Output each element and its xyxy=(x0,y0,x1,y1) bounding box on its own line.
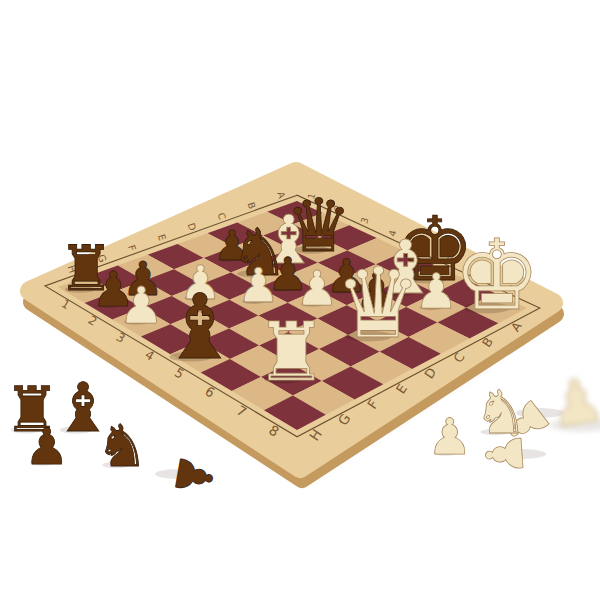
product-photo-canvas: 1122334455667788AABBCCDDEEFFGGHH♛♟♝♞♚♟♜♟… xyxy=(0,0,600,600)
offboard-dark-knight-4: ♞ xyxy=(96,412,148,480)
offboard-white-pawn-5: ♟ xyxy=(544,363,600,443)
white-pawn-h3: ♟ xyxy=(119,276,165,335)
offboard-white-pawn-1: ♟ xyxy=(428,408,473,466)
offboard-white-pawn-4: ♟ xyxy=(475,430,536,479)
white-rook-g7: ♜ xyxy=(255,305,328,399)
offboard-dark-pawn-2: ♟ xyxy=(25,418,70,476)
chess-scene: 1122334455667788AABBCCDDEEFFGGHH♛♟♝♞♚♟♜♟… xyxy=(0,0,600,600)
white-king-a8: ♚ xyxy=(453,218,540,332)
dark-bishop-h5: ♝ xyxy=(160,275,240,379)
white-queen-d7: ♛ xyxy=(335,246,422,360)
offboard-dark-pawn-5: ♟ xyxy=(163,450,226,502)
